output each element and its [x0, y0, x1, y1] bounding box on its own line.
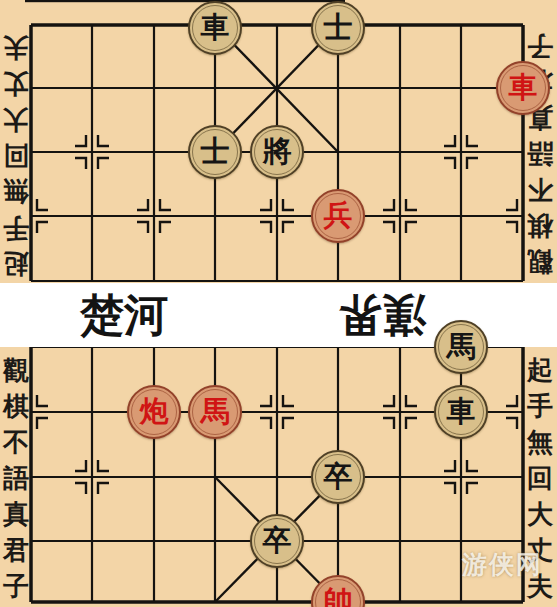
piece-red-兵[interactable]: 兵 — [311, 189, 365, 243]
piece-red-帥[interactable]: 帥 — [311, 575, 365, 607]
piece-black-將[interactable]: 將 — [250, 125, 304, 179]
piece-black-士[interactable]: 士 — [188, 125, 242, 179]
piece-red-炮[interactable]: 炮 — [127, 385, 181, 439]
piece-black-車[interactable]: 車 — [188, 1, 242, 55]
piece-red-馬[interactable]: 馬 — [188, 385, 242, 439]
piece-black-馬[interactable]: 馬 — [434, 320, 488, 374]
xiangqi-board: 楚河 漢界 起手無回大丈夫 觀棋不語真君子 觀棋不語真君子 起手無回大丈夫 車士… — [0, 0, 557, 607]
pieces-layer: 車士車士將兵馬炮馬車卒卒帥 — [0, 0, 557, 607]
piece-black-士[interactable]: 士 — [311, 1, 365, 55]
piece-red-車[interactable]: 車 — [496, 61, 550, 115]
site-watermark: 游侠网 — [462, 548, 543, 581]
piece-black-卒[interactable]: 卒 — [311, 450, 365, 504]
piece-black-卒[interactable]: 卒 — [250, 514, 304, 568]
piece-black-車[interactable]: 車 — [434, 385, 488, 439]
